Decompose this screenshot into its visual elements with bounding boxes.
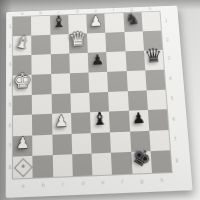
piece-black-bishop[interactable]: ♝ xyxy=(91,110,108,129)
file-label-e: e xyxy=(101,180,104,185)
file-label-f: f xyxy=(113,8,115,13)
square-f6[interactable] xyxy=(109,111,129,132)
square-e6[interactable]: ♝ xyxy=(90,111,110,132)
file-labels-bottom: abcdefgh xyxy=(13,177,172,189)
file-label-b: b xyxy=(39,11,42,16)
piece-black-pawn[interactable]: ♟ xyxy=(91,53,105,68)
rank-label-8: 8 xyxy=(175,158,179,163)
piece-white-pawn[interactable]: ♟ xyxy=(89,15,102,29)
rank-label-7: 7 xyxy=(173,137,177,142)
square-c7[interactable] xyxy=(52,133,72,155)
rank-label-2: 2 xyxy=(166,37,169,42)
file-label-f: f xyxy=(121,179,123,184)
rank-label-4: 4 xyxy=(8,82,11,87)
file-label-a: a xyxy=(21,11,24,16)
square-e7[interactable] xyxy=(91,132,111,154)
square-b8[interactable] xyxy=(33,155,53,178)
rank-label-1: 1 xyxy=(8,24,11,29)
square-f5[interactable] xyxy=(108,91,128,112)
rank-label-5: 5 xyxy=(8,102,11,107)
square-c2[interactable] xyxy=(50,34,69,54)
file-label-d: d xyxy=(81,181,84,186)
piece-white-pawn[interactable]: ♟ xyxy=(16,136,30,152)
rank-label-5: 5 xyxy=(170,96,174,101)
file-label-g: g xyxy=(140,178,144,183)
rank-label-6: 6 xyxy=(8,123,11,128)
square-g8[interactable]: ♚ xyxy=(131,151,152,174)
piece-white-queen[interactable]: ♛ xyxy=(69,29,88,49)
square-d7[interactable] xyxy=(71,133,91,155)
square-d4[interactable] xyxy=(70,72,90,93)
file-label-a: a xyxy=(21,183,24,188)
file-label-d: d xyxy=(76,9,79,14)
square-e8[interactable] xyxy=(92,153,113,176)
square-e4[interactable] xyxy=(88,71,108,92)
chess-board: ♝♟♞♝♛♟♛♚♟♝♟♟♚ xyxy=(13,12,172,179)
square-a4[interactable]: ♚ xyxy=(13,74,32,95)
square-h5[interactable] xyxy=(146,89,166,110)
square-f3[interactable] xyxy=(106,51,126,71)
square-a2[interactable]: ♝ xyxy=(13,35,32,55)
square-c1[interactable]: ♝ xyxy=(50,15,69,34)
square-g5[interactable] xyxy=(127,90,147,111)
square-b4[interactable] xyxy=(32,74,51,95)
square-f4[interactable] xyxy=(107,71,127,92)
square-d3[interactable] xyxy=(69,52,88,72)
square-b6[interactable] xyxy=(32,114,52,135)
square-g1[interactable]: ♞ xyxy=(123,12,143,31)
square-c4[interactable] xyxy=(51,73,70,94)
rank-label-3: 3 xyxy=(8,63,11,68)
square-h6[interactable] xyxy=(148,109,169,130)
square-a5[interactable] xyxy=(13,94,32,115)
square-g4[interactable] xyxy=(126,70,146,91)
square-g2[interactable] xyxy=(124,31,144,51)
square-e1[interactable]: ♟ xyxy=(86,14,105,33)
rank-label-7: 7 xyxy=(8,144,11,149)
square-c3[interactable] xyxy=(50,53,69,73)
square-c8[interactable] xyxy=(52,154,72,177)
square-d8[interactable] xyxy=(72,154,92,177)
piece-black-pawn[interactable]: ♟ xyxy=(131,111,145,126)
square-a8[interactable] xyxy=(13,156,33,179)
square-c5[interactable] xyxy=(51,93,71,114)
square-e2[interactable] xyxy=(87,32,106,52)
piece-black-bishop[interactable]: ♝ xyxy=(51,14,67,31)
photo-background: abcdefgh abcdefgh 12345678 12345678 ♝♟♞♝… xyxy=(0,0,200,200)
piece-black-knight[interactable]: ♞ xyxy=(124,10,142,28)
square-d2[interactable]: ♛ xyxy=(68,33,87,53)
square-a7[interactable]: ♟ xyxy=(13,135,33,157)
square-g6[interactable]: ♟ xyxy=(128,110,149,131)
piece-black-queen[interactable]: ♛ xyxy=(144,46,164,66)
square-e3[interactable]: ♟ xyxy=(88,52,108,72)
square-b3[interactable] xyxy=(32,54,51,75)
square-a6[interactable] xyxy=(13,115,32,136)
piece-white-bishop[interactable]: ♝ xyxy=(13,33,32,52)
file-label-h: h xyxy=(148,7,151,12)
rank-label-2: 2 xyxy=(8,43,11,48)
file-label-h: h xyxy=(160,178,164,183)
piece-white-pawn[interactable]: ♟ xyxy=(54,114,68,129)
square-c6[interactable]: ♟ xyxy=(51,113,71,134)
rank-label-1: 1 xyxy=(164,18,167,23)
square-h8[interactable] xyxy=(150,150,171,173)
square-b5[interactable] xyxy=(32,94,51,115)
chess-mat: abcdefgh abcdefgh 12345678 12345678 ♝♟♞♝… xyxy=(6,6,193,198)
square-d6[interactable] xyxy=(71,112,91,133)
manufacturer-logo xyxy=(13,158,32,177)
square-f1[interactable] xyxy=(105,13,124,32)
square-h7[interactable] xyxy=(149,130,170,152)
square-g3[interactable] xyxy=(125,50,145,70)
square-h3[interactable]: ♛ xyxy=(144,49,164,69)
square-d5[interactable] xyxy=(70,92,90,113)
square-h1[interactable] xyxy=(141,12,161,31)
rank-label-3: 3 xyxy=(167,57,170,62)
rank-label-8: 8 xyxy=(8,165,11,170)
square-b2[interactable] xyxy=(31,34,50,54)
square-h4[interactable] xyxy=(145,69,165,90)
file-label-b: b xyxy=(41,182,44,187)
square-f2[interactable] xyxy=(106,32,126,52)
square-b7[interactable] xyxy=(32,134,52,156)
file-label-c: c xyxy=(62,182,65,187)
square-b1[interactable] xyxy=(31,16,50,35)
rank-label-6: 6 xyxy=(172,116,176,121)
piece-white-king[interactable]: ♚ xyxy=(13,70,32,91)
rank-label-4: 4 xyxy=(169,76,172,81)
square-f7[interactable] xyxy=(110,131,131,153)
